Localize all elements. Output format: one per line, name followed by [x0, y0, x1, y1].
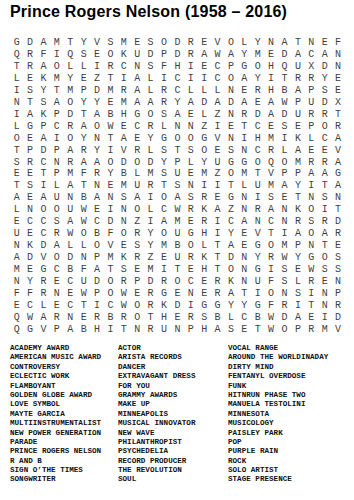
grid-cell-r4c14: I — [184, 73, 197, 85]
grid-cell-r1c23: N — [305, 37, 318, 49]
grid-cell-r20c11: M — [144, 264, 157, 276]
grid-cell-r12c1: E — [10, 168, 23, 180]
grid-cell-r5c21: B — [278, 85, 291, 97]
grid-cell-r12c15: M — [197, 168, 210, 180]
grid-cell-r18c16: T — [211, 240, 224, 252]
grid-cell-r25c18: E — [238, 324, 251, 336]
grid-cell-r14c17: G — [224, 192, 237, 204]
grid-cell-r9c4: I — [50, 133, 63, 145]
grid-cell-r19c24: O — [318, 252, 331, 264]
grid-cell-r10c16: E — [211, 145, 224, 157]
grid-cell-r2c25: N — [331, 49, 344, 61]
grid-cell-r3c8: R — [104, 61, 117, 73]
grid-cell-r15c25: T — [331, 204, 344, 216]
grid-cell-r18c3: D — [37, 240, 50, 252]
grid-cell-r17c21: I — [278, 228, 291, 240]
grid-cell-r6c4: A — [50, 97, 63, 109]
grid-cell-r3c19: O — [251, 61, 264, 73]
grid-cell-r3c16: C — [211, 61, 224, 73]
grid-cell-r6c2: T — [23, 97, 36, 109]
grid-cell-r8c8: W — [104, 121, 117, 133]
grid-cell-r6c13: Y — [171, 97, 184, 109]
grid-cell-r17c15: H — [197, 228, 210, 240]
grid-cell-r21c13: O — [171, 276, 184, 288]
grid-cell-r20c1: M — [10, 264, 23, 276]
grid-cell-r8c7: O — [90, 121, 103, 133]
grid-cell-r12c11: M — [144, 168, 157, 180]
grid-cell-r8c2: G — [23, 121, 36, 133]
grid-cell-r24c23: E — [305, 312, 318, 324]
grid-cell-r13c1: T — [10, 180, 23, 192]
word-list-item: MAYTE GARCIA — [10, 410, 118, 419]
grid-cell-r5c17: N — [224, 85, 237, 97]
grid-cell-r22c5: E — [64, 288, 77, 300]
grid-cell-r1c19: Y — [251, 37, 264, 49]
grid-cell-r8c20: E — [264, 121, 277, 133]
grid-cell-r21c12: R — [157, 276, 170, 288]
grid-cell-r1c15: E — [197, 37, 210, 49]
grid-cell-r24c11: T — [144, 312, 157, 324]
grid-cell-r22c2: F — [23, 288, 36, 300]
grid-cell-r8c15: Z — [197, 121, 210, 133]
grid-cell-r24c19: B — [251, 312, 264, 324]
grid-cell-r6c17: D — [224, 97, 237, 109]
grid-cell-r2c4: I — [50, 49, 63, 61]
grid-cell-r19c3: V — [37, 252, 50, 264]
grid-cell-r24c1: Q — [10, 312, 23, 324]
word-list-item: ACADEMY AWARD — [10, 344, 118, 353]
grid-cell-r12c10: L — [131, 168, 144, 180]
grid-cell-r19c12: E — [157, 252, 170, 264]
grid-cell-r5c1: I — [10, 85, 23, 97]
grid-cell-r25c9: T — [117, 324, 130, 336]
grid-cell-r3c7: I — [90, 61, 103, 73]
grid-cell-r3c12: F — [157, 61, 170, 73]
word-list-item: PRINCE ROGERS NELSON — [10, 447, 118, 456]
grid-cell-r24c24: I — [318, 312, 331, 324]
grid-cell-r24c15: S — [197, 312, 210, 324]
grid-cell-r7c20: A — [264, 109, 277, 121]
grid-cell-r2c15: A — [197, 49, 210, 61]
grid-cell-r15c17: Z — [224, 204, 237, 216]
grid-cell-r24c16: B — [211, 312, 224, 324]
grid-cell-r17c24: A — [318, 228, 331, 240]
grid-cell-r10c24: E — [318, 145, 331, 157]
grid-cell-r15c16: A — [211, 204, 224, 216]
grid-cell-r12c25: G — [331, 168, 344, 180]
grid-cell-r13c20: M — [264, 180, 277, 192]
grid-cell-r23c11: R — [144, 300, 157, 312]
grid-cell-r9c25: A — [331, 133, 344, 145]
grid-cell-r25c2: G — [23, 324, 36, 336]
grid-cell-r22c15: E — [197, 288, 210, 300]
word-list-item: GRAMMY AWARDS — [118, 391, 228, 400]
grid-cell-r16c7: C — [90, 216, 103, 228]
grid-cell-r14c21: E — [278, 192, 291, 204]
word-list-item: VOCAL RANGE — [228, 344, 354, 353]
grid-cell-r7c4: P — [50, 109, 63, 121]
grid-cell-r9c24: C — [318, 133, 331, 145]
grid-cell-r15c21: N — [278, 204, 291, 216]
grid-cell-r13c13: S — [171, 180, 184, 192]
grid-cell-r24c21: D — [278, 312, 291, 324]
grid-cell-r21c15: E — [197, 276, 210, 288]
grid-cell-r21c10: P — [131, 276, 144, 288]
grid-cell-r21c16: R — [211, 276, 224, 288]
grid-cell-r16c19: N — [251, 216, 264, 228]
grid-cell-r22c7: P — [90, 288, 103, 300]
grid-cell-r10c9: V — [117, 145, 130, 157]
grid-cell-r13c18: L — [238, 180, 251, 192]
grid-cell-r13c8: E — [104, 180, 117, 192]
word-list-item: LOVE SYMBOL — [10, 400, 118, 409]
grid-cell-r16c5: A — [64, 216, 77, 228]
grid-cell-r8c11: R — [144, 121, 157, 133]
grid-cell-r19c5: D — [64, 252, 77, 264]
grid-cell-r25c17: S — [224, 324, 237, 336]
grid-cell-r6c14: A — [184, 97, 197, 109]
grid-cell-r20c14: E — [184, 264, 197, 276]
grid-cell-r12c8: Y — [104, 168, 117, 180]
grid-cell-r14c24: S — [318, 192, 331, 204]
grid-cell-r22c8: O — [104, 288, 117, 300]
grid-cell-r2c24: A — [318, 49, 331, 61]
grid-cell-r8c16: I — [211, 121, 224, 133]
grid-cell-r6c11: A — [144, 97, 157, 109]
grid-cell-r6c15: D — [197, 97, 210, 109]
grid-cell-r2c19: M — [251, 49, 264, 61]
grid-cell-r20c18: N — [238, 264, 251, 276]
grid-cell-r12c13: U — [171, 168, 184, 180]
grid-cell-r5c5: M — [64, 85, 77, 97]
grid-cell-r5c6: P — [77, 85, 90, 97]
grid-cell-r18c17: A — [224, 240, 237, 252]
grid-cell-r14c10: A — [131, 192, 144, 204]
grid-cell-r23c24: N — [318, 300, 331, 312]
grid-cell-r3c4: O — [50, 61, 63, 73]
grid-cell-r6c16: A — [211, 97, 224, 109]
grid-cell-r18c7: O — [90, 240, 103, 252]
grid-cell-r6c5: O — [64, 97, 77, 109]
grid-cell-r10c8: I — [104, 145, 117, 157]
word-list-item: ACTOR — [118, 344, 228, 353]
grid-cell-r22c4: N — [50, 288, 63, 300]
grid-cell-r13c22: Y — [291, 180, 304, 192]
grid-cell-r3c21: Q — [278, 61, 291, 73]
grid-cell-r21c4: E — [50, 276, 63, 288]
grid-cell-r1c4: M — [50, 37, 63, 49]
grid-cell-r3c14: I — [184, 61, 197, 73]
grid-cell-r17c11: Y — [144, 228, 157, 240]
grid-cell-r21c1: N — [10, 276, 23, 288]
grid-cell-r9c8: T — [104, 133, 117, 145]
grid-cell-r12c4: P — [50, 168, 63, 180]
word-list-item: AROUND THE WORLDINADAY — [228, 353, 354, 362]
grid-cell-r11c20: Q — [264, 157, 277, 169]
grid-cell-r4c13: C — [171, 73, 184, 85]
grid-cell-r22c25: P — [331, 288, 344, 300]
grid-cell-r21c3: R — [37, 276, 50, 288]
grid-cell-r16c20: C — [264, 216, 277, 228]
grid-cell-r11c16: U — [211, 157, 224, 169]
grid-cell-r24c3: A — [37, 312, 50, 324]
grid-cell-r5c19: R — [251, 85, 264, 97]
grid-cell-r10c25: V — [331, 145, 344, 157]
word-list-item: PARADE — [10, 438, 118, 447]
grid-cell-r14c22: T — [291, 192, 304, 204]
word-list-item: AMERICAN MUSIC AWARD — [10, 353, 118, 362]
grid-cell-r25c10: N — [131, 324, 144, 336]
grid-cell-r17c7: B — [90, 228, 103, 240]
grid-cell-r7c13: A — [171, 109, 184, 121]
grid-cell-r25c14: P — [184, 324, 197, 336]
grid-cell-r8c10: C — [131, 121, 144, 133]
grid-cell-r10c12: S — [157, 145, 170, 157]
grid-cell-r24c6: E — [77, 312, 90, 324]
grid-cell-r19c18: N — [238, 252, 251, 264]
grid-cell-r6c10: A — [131, 97, 144, 109]
grid-cell-r21c9: R — [117, 276, 130, 288]
grid-cell-r7c21: D — [278, 109, 291, 121]
grid-cell-r20c6: F — [77, 264, 90, 276]
grid-cell-r11c24: R — [318, 157, 331, 169]
grid-cell-r13c6: T — [77, 180, 90, 192]
grid-cell-r11c15: Y — [197, 157, 210, 169]
grid-cell-r20c8: T — [104, 264, 117, 276]
grid-cell-r17c19: V — [251, 228, 264, 240]
grid-cell-r4c22: R — [291, 73, 304, 85]
word-list-item: SONGWRITER — [10, 475, 118, 484]
grid-cell-r18c5: L — [64, 240, 77, 252]
grid-cell-r18c10: S — [131, 240, 144, 252]
grid-cell-r22c18: T — [238, 288, 251, 300]
word-list-item: STAGE PRESENCE — [228, 475, 354, 484]
word-list-item: SIGN O’THE TIMES — [10, 466, 118, 475]
grid-cell-r16c4: S — [50, 216, 63, 228]
grid-cell-r15c3: O — [37, 204, 50, 216]
grid-cell-r25c8: I — [104, 324, 117, 336]
grid-cell-r19c1: A — [10, 252, 23, 264]
grid-cell-r24c7: R — [90, 312, 103, 324]
grid-cell-r4c19: Y — [251, 73, 264, 85]
grid-cell-r22c12: G — [157, 288, 170, 300]
grid-cell-r3c25: N — [331, 61, 344, 73]
grid-cell-r2c14: R — [184, 49, 197, 61]
grid-cell-r23c6: T — [77, 300, 90, 312]
grid-cell-r7c22: U — [291, 109, 304, 121]
grid-cell-r1c25: F — [331, 37, 344, 49]
grid-cell-r24c13: E — [171, 312, 184, 324]
word-list-item: POP — [228, 438, 354, 447]
grid-cell-r3c5: L — [64, 61, 77, 73]
grid-cell-r18c2: K — [23, 240, 36, 252]
word-list-item: RECORD PRODUCER — [118, 457, 228, 466]
grid-cell-r1c9: M — [117, 37, 130, 49]
grid-cell-r3c15: E — [197, 61, 210, 73]
grid-cell-r4c7: Z — [90, 73, 103, 85]
grid-cell-r10c7: Y — [90, 145, 103, 157]
grid-cell-r11c1: S — [10, 157, 23, 169]
grid-cell-r21c25: N — [331, 276, 344, 288]
grid-cell-r12c9: B — [117, 168, 130, 180]
grid-cell-r10c4: P — [50, 145, 63, 157]
word-list-item: NEW POWER GENERATION — [10, 429, 118, 438]
grid-cell-r2c1: Q — [10, 49, 23, 61]
grid-cell-r23c9: W — [117, 300, 130, 312]
grid-cell-r19c2: D — [23, 252, 36, 264]
grid-cell-r9c16: V — [211, 133, 224, 145]
grid-cell-r4c20: I — [264, 73, 277, 85]
word-list-item: THE REVOLUTION — [118, 466, 228, 475]
grid-cell-r10c6: R — [77, 145, 90, 157]
grid-cell-r20c23: W — [305, 264, 318, 276]
grid-cell-r17c25: R — [331, 228, 344, 240]
grid-cell-r11c8: O — [104, 157, 117, 169]
grid-cell-r17c22: A — [291, 228, 304, 240]
word-list-item: HITNRUN PHASE TWO — [228, 391, 354, 400]
grid-cell-r15c13: W — [171, 204, 184, 216]
word-list-item: SOUL — [118, 475, 228, 484]
grid-cell-r7c6: T — [77, 109, 90, 121]
grid-cell-r11c14: L — [184, 157, 197, 169]
grid-cell-r23c10: O — [131, 300, 144, 312]
grid-cell-r19c19: Y — [251, 252, 264, 264]
grid-cell-r3c17: P — [224, 61, 237, 73]
grid-cell-r9c9: A — [117, 133, 130, 145]
grid-cell-r21c22: L — [291, 276, 304, 288]
grid-cell-r18c25: E — [331, 240, 344, 252]
grid-cell-r11c3: C — [37, 157, 50, 169]
word-list-item: PAISLEY PARK — [228, 429, 354, 438]
grid-cell-r14c23: N — [305, 192, 318, 204]
grid-cell-r4c16: C — [211, 73, 224, 85]
grid-cell-r14c4: U — [50, 192, 63, 204]
grid-cell-r20c4: C — [50, 264, 63, 276]
grid-cell-r5c8: M — [104, 85, 117, 97]
grid-cell-r20c20: I — [264, 264, 277, 276]
grid-cell-r10c14: S — [184, 145, 197, 157]
grid-cell-r15c12: C — [157, 204, 170, 216]
grid-cell-r21c19: U — [251, 276, 264, 288]
grid-cell-r16c8: D — [104, 216, 117, 228]
grid-cell-r25c6: B — [77, 324, 90, 336]
grid-cell-r7c2: A — [23, 109, 36, 121]
grid-cell-r6c24: D — [318, 97, 331, 109]
grid-cell-r1c16: V — [211, 37, 224, 49]
grid-cell-r13c5: A — [64, 180, 77, 192]
word-list-item: MAKE UP — [118, 400, 228, 409]
grid-cell-r19c16: T — [211, 252, 224, 264]
grid-cell-r18c11: Y — [144, 240, 157, 252]
grid-cell-r3c24: D — [318, 61, 331, 73]
grid-cell-r2c22: A — [291, 49, 304, 61]
grid-cell-r6c18: A — [238, 97, 251, 109]
grid-cell-r15c24: I — [318, 204, 331, 216]
grid-cell-r21c5: C — [64, 276, 77, 288]
grid-cell-r21c21: S — [278, 276, 291, 288]
grid-cell-r20c2: E — [23, 264, 36, 276]
grid-cell-r16c25: D — [331, 216, 344, 228]
grid-cell-r11c25: A — [331, 157, 344, 169]
grid-cell-r25c3: V — [37, 324, 50, 336]
grid-cell-r1c2: D — [23, 37, 36, 49]
grid-cell-r11c6: A — [77, 157, 90, 169]
grid-cell-r8c13: N — [171, 121, 184, 133]
word-list-item: FUNK — [228, 382, 354, 391]
grid-cell-r24c17: L — [224, 312, 237, 324]
grid-cell-r15c22: K — [291, 204, 304, 216]
grid-cell-r17c12: O — [157, 228, 170, 240]
grid-cell-r23c17: Y — [224, 300, 237, 312]
grid-cell-r15c10: O — [131, 204, 144, 216]
grid-cell-r2c18: Y — [238, 49, 251, 61]
grid-cell-r13c21: A — [278, 180, 291, 192]
grid-cell-r5c15: L — [197, 85, 210, 97]
grid-cell-r6c9: M — [117, 97, 130, 109]
grid-cell-r8c25: R — [331, 121, 344, 133]
grid-cell-r18c9: E — [117, 240, 130, 252]
grid-cell-r18c19: G — [251, 240, 264, 252]
grid-cell-r13c2: S — [23, 180, 36, 192]
grid-cell-r2c3: F — [37, 49, 50, 61]
grid-cell-r12c20: V — [264, 168, 277, 180]
grid-cell-r9c1: O — [10, 133, 23, 145]
grid-cell-r25c13: N — [171, 324, 184, 336]
grid-cell-r10c10: R — [131, 145, 144, 157]
grid-cell-r12c2: E — [23, 168, 36, 180]
grid-cell-r22c20: O — [264, 288, 277, 300]
grid-cell-r5c24: S — [318, 85, 331, 97]
grid-cell-r6c22: P — [291, 97, 304, 109]
grid-cell-r1c17: O — [224, 37, 237, 49]
grid-cell-r20c5: B — [64, 264, 77, 276]
grid-cell-r24c4: R — [50, 312, 63, 324]
grid-cell-r5c23: P — [305, 85, 318, 97]
grid-cell-r22c23: I — [305, 288, 318, 300]
grid-cell-r11c4: N — [50, 157, 63, 169]
grid-cell-r19c20: R — [264, 252, 277, 264]
grid-cell-r14c13: A — [171, 192, 184, 204]
grid-cell-r10c11: L — [144, 145, 157, 157]
grid-cell-r18c6: L — [77, 240, 90, 252]
grid-cell-r6c23: U — [305, 97, 318, 109]
grid-cell-r15c18: N — [238, 204, 251, 216]
grid-cell-r9c3: A — [37, 133, 50, 145]
grid-cell-r1c6: Y — [77, 37, 90, 49]
grid-cell-r2c9: K — [117, 49, 130, 61]
grid-cell-r23c12: K — [157, 300, 170, 312]
grid-cell-r13c3: I — [37, 180, 50, 192]
grid-cell-r6c21: W — [278, 97, 291, 109]
grid-cell-r22c24: N — [318, 288, 331, 300]
grid-cell-r9c21: I — [278, 133, 291, 145]
grid-cell-r21c14: C — [184, 276, 197, 288]
grid-cell-r19c7: P — [90, 252, 103, 264]
grid-cell-r15c7: E — [90, 204, 103, 216]
grid-cell-r18c18: E — [238, 240, 251, 252]
grid-cell-r8c1: L — [10, 121, 23, 133]
letter-grid: GDAMTYVSMESODREVOLYNATNEFQRFIQSEOKUDPDRA… — [10, 37, 345, 336]
grid-cell-r22c21: N — [278, 288, 291, 300]
grid-cell-r15c9: N — [117, 204, 130, 216]
grid-cell-r20c10: E — [131, 264, 144, 276]
grid-cell-r9c13: O — [171, 133, 184, 145]
grid-cell-r22c22: S — [291, 288, 304, 300]
grid-cell-r25c5: A — [64, 324, 77, 336]
grid-cell-r5c18: E — [238, 85, 251, 97]
grid-cell-r23c15: G — [197, 300, 210, 312]
grid-cell-r17c3: C — [37, 228, 50, 240]
